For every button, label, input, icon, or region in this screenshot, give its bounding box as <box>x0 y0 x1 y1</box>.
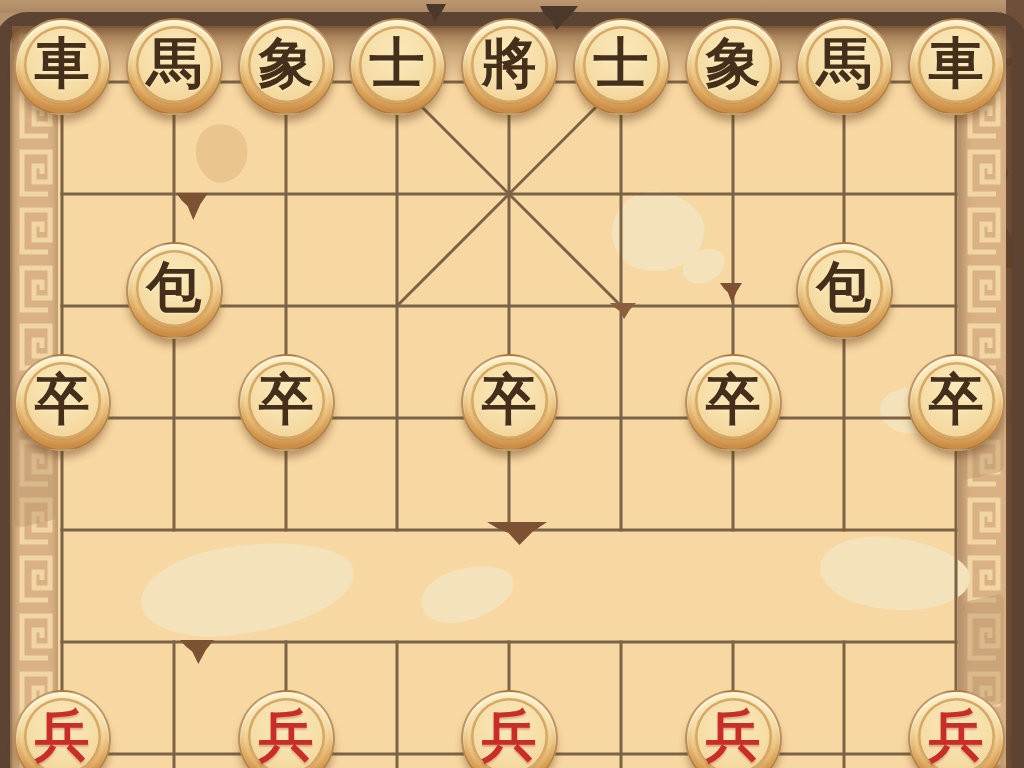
piece-face: 車 <box>24 26 101 103</box>
piece-face: 兵 <box>918 698 995 768</box>
piece-black-soldier-2[interactable]: 卒 <box>238 354 335 451</box>
piece-black-chariot-right[interactable]: 車 <box>908 18 1005 115</box>
piece-black-cannon-left[interactable]: 包 <box>126 242 223 339</box>
piece-face: 兵 <box>24 698 101 768</box>
piece-face: 車 <box>918 26 995 103</box>
piece-character: 兵 <box>259 708 314 763</box>
piece-black-soldier-1[interactable]: 卒 <box>14 354 111 451</box>
piece-black-elephant-right[interactable]: 象 <box>685 18 782 115</box>
piece-character: 車 <box>35 36 90 91</box>
piece-black-horse-right[interactable]: 馬 <box>796 18 893 115</box>
piece-face: 包 <box>136 250 213 327</box>
piece-character: 兵 <box>706 708 761 763</box>
piece-character: 象 <box>259 36 314 91</box>
piece-black-elephant-left[interactable]: 象 <box>238 18 335 115</box>
piece-black-soldier-3[interactable]: 卒 <box>461 354 558 451</box>
piece-face: 兵 <box>248 698 325 768</box>
piece-character: 卒 <box>259 372 314 427</box>
piece-character: 象 <box>706 36 761 91</box>
piece-black-general[interactable]: 將 <box>461 18 558 115</box>
piece-character: 包 <box>147 260 202 315</box>
piece-character: 馬 <box>817 36 872 91</box>
piece-face: 馬 <box>806 26 883 103</box>
piece-face: 象 <box>695 26 772 103</box>
piece-character: 兵 <box>35 708 90 763</box>
piece-black-advisor-right[interactable]: 士 <box>573 18 670 115</box>
piece-face: 士 <box>583 26 660 103</box>
piece-black-soldier-5[interactable]: 卒 <box>908 354 1005 451</box>
piece-black-cannon-right[interactable]: 包 <box>796 242 893 339</box>
piece-character: 卒 <box>482 372 537 427</box>
piece-character: 將 <box>482 36 537 91</box>
piece-face: 卒 <box>24 362 101 439</box>
piece-face: 士 <box>359 26 436 103</box>
piece-character: 馬 <box>147 36 202 91</box>
piece-character: 車 <box>929 36 984 91</box>
piece-face: 兵 <box>471 698 548 768</box>
piece-character: 兵 <box>482 708 537 763</box>
piece-character: 卒 <box>929 372 984 427</box>
piece-character: 兵 <box>929 708 984 763</box>
piece-face: 將 <box>471 26 548 103</box>
piece-face: 馬 <box>136 26 213 103</box>
piece-character: 卒 <box>35 372 90 427</box>
piece-face: 象 <box>248 26 325 103</box>
piece-black-advisor-left[interactable]: 士 <box>349 18 446 115</box>
piece-face: 兵 <box>695 698 772 768</box>
xiangqi-game-screen: 車 馬 象 士 <box>0 0 1024 768</box>
piece-black-chariot-left[interactable]: 車 <box>14 18 111 115</box>
piece-character: 卒 <box>706 372 761 427</box>
piece-face: 卒 <box>918 362 995 439</box>
piece-character: 士 <box>370 36 425 91</box>
piece-black-soldier-4[interactable]: 卒 <box>685 354 782 451</box>
piece-character: 包 <box>817 260 872 315</box>
piece-face: 卒 <box>248 362 325 439</box>
piece-face: 包 <box>806 250 883 327</box>
piece-face: 卒 <box>471 362 548 439</box>
piece-character: 士 <box>594 36 649 91</box>
piece-black-horse-left[interactable]: 馬 <box>126 18 223 115</box>
piece-face: 卒 <box>695 362 772 439</box>
